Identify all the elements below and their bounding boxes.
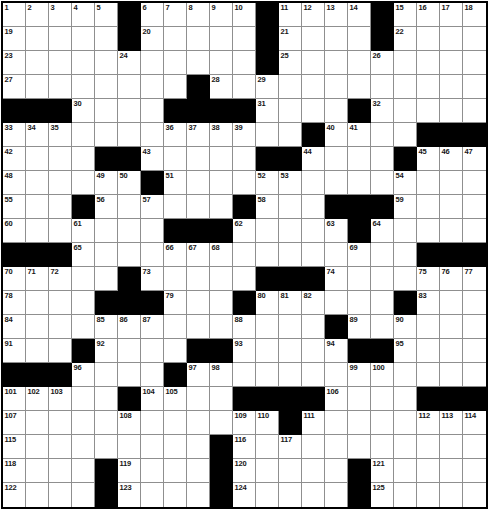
white-cell-r6c5[interactable]: [95, 123, 118, 147]
white-cell-r8c16[interactable]: [348, 171, 371, 195]
white-cell-r18c9[interactable]: [187, 411, 210, 435]
white-cell-r2c1[interactable]: 19: [3, 27, 26, 51]
white-cell-r18c20[interactable]: 113: [440, 411, 463, 435]
white-cell-r21c21[interactable]: [463, 483, 486, 507]
white-cell-r9c10[interactable]: [210, 195, 233, 219]
white-cell-r13c15[interactable]: [325, 291, 348, 315]
white-cell-r18c16[interactable]: [348, 411, 371, 435]
white-cell-r15c15[interactable]: 94: [325, 339, 348, 363]
white-cell-r5c14[interactable]: [302, 99, 325, 123]
white-cell-r6c9[interactable]: 37: [187, 123, 210, 147]
white-cell-r4c6[interactable]: [118, 75, 141, 99]
white-cell-r4c15[interactable]: [325, 75, 348, 99]
white-cell-r1c15[interactable]: 13: [325, 3, 348, 27]
white-cell-r4c3[interactable]: [49, 75, 72, 99]
white-cell-r4c16[interactable]: [348, 75, 371, 99]
white-cell-r16c6[interactable]: [118, 363, 141, 387]
white-cell-r6c16[interactable]: 41: [348, 123, 371, 147]
white-cell-r20c9[interactable]: [187, 459, 210, 483]
white-cell-r1c20[interactable]: 17: [440, 3, 463, 27]
white-cell-r3c4[interactable]: [72, 51, 95, 75]
white-cell-r10c20[interactable]: [440, 219, 463, 243]
white-cell-r12c1[interactable]: 70: [3, 267, 26, 291]
white-cell-r8c18[interactable]: 54: [394, 171, 417, 195]
white-cell-r12c10[interactable]: [210, 267, 233, 291]
white-cell-r8c5[interactable]: 49: [95, 171, 118, 195]
white-cell-r9c7[interactable]: 57: [141, 195, 164, 219]
white-cell-r11c14[interactable]: [302, 243, 325, 267]
white-cell-r21c8[interactable]: [164, 483, 187, 507]
white-cell-r20c21[interactable]: [463, 459, 486, 483]
white-cell-r20c4[interactable]: [72, 459, 95, 483]
white-cell-r14c8[interactable]: [164, 315, 187, 339]
white-cell-r21c19[interactable]: [417, 483, 440, 507]
white-cell-r6c7[interactable]: [141, 123, 164, 147]
white-cell-r15c14[interactable]: [302, 339, 325, 363]
white-cell-r21c20[interactable]: [440, 483, 463, 507]
white-cell-r19c13[interactable]: 117: [279, 435, 302, 459]
white-cell-r8c3[interactable]: [49, 171, 72, 195]
white-cell-r19c8[interactable]: [164, 435, 187, 459]
white-cell-r1c13[interactable]: 11: [279, 3, 302, 27]
white-cell-r4c4[interactable]: [72, 75, 95, 99]
white-cell-r11c15[interactable]: [325, 243, 348, 267]
white-cell-r13c19[interactable]: 83: [417, 291, 440, 315]
white-cell-r12c20[interactable]: 76: [440, 267, 463, 291]
white-cell-r3c2[interactable]: [26, 51, 49, 75]
white-cell-r16c18[interactable]: [394, 363, 417, 387]
white-cell-r13c2[interactable]: [26, 291, 49, 315]
white-cell-r5c19[interactable]: [417, 99, 440, 123]
white-cell-r9c14[interactable]: [302, 195, 325, 219]
white-cell-r16c9[interactable]: 97: [187, 363, 210, 387]
white-cell-r6c1[interactable]: 33: [3, 123, 26, 147]
white-cell-r11c13[interactable]: [279, 243, 302, 267]
white-cell-r7c17[interactable]: [371, 147, 394, 171]
white-cell-r17c10[interactable]: [210, 387, 233, 411]
white-cell-r14c10[interactable]: [210, 315, 233, 339]
white-cell-r13c20[interactable]: [440, 291, 463, 315]
white-cell-r13c21[interactable]: [463, 291, 486, 315]
white-cell-r10c21[interactable]: [463, 219, 486, 243]
white-cell-r14c2[interactable]: [26, 315, 49, 339]
white-cell-r18c11[interactable]: 109: [233, 411, 256, 435]
white-cell-r9c3[interactable]: [49, 195, 72, 219]
white-cell-r7c21[interactable]: 47: [463, 147, 486, 171]
white-cell-r19c9[interactable]: [187, 435, 210, 459]
white-cell-r20c6[interactable]: 119: [118, 459, 141, 483]
white-cell-r17c5[interactable]: [95, 387, 118, 411]
white-cell-r20c19[interactable]: [417, 459, 440, 483]
white-cell-r2c20[interactable]: [440, 27, 463, 51]
white-cell-r16c19[interactable]: [417, 363, 440, 387]
white-cell-r10c15[interactable]: 63: [325, 219, 348, 243]
white-cell-r15c18[interactable]: 95: [394, 339, 417, 363]
white-cell-r1c19[interactable]: 16: [417, 3, 440, 27]
white-cell-r18c3[interactable]: [49, 411, 72, 435]
white-cell-r17c7[interactable]: 104: [141, 387, 164, 411]
white-cell-r10c18[interactable]: [394, 219, 417, 243]
white-cell-r20c14[interactable]: [302, 459, 325, 483]
white-cell-r20c17[interactable]: 121: [371, 459, 394, 483]
white-cell-r4c8[interactable]: [164, 75, 187, 99]
white-cell-r3c10[interactable]: [210, 51, 233, 75]
white-cell-r18c2[interactable]: [26, 411, 49, 435]
white-cell-r7c11[interactable]: [233, 147, 256, 171]
white-cell-r20c12[interactable]: [256, 459, 279, 483]
white-cell-r3c9[interactable]: [187, 51, 210, 75]
white-cell-r21c11[interactable]: 124: [233, 483, 256, 507]
white-cell-r6c18[interactable]: [394, 123, 417, 147]
white-cell-r8c15[interactable]: [325, 171, 348, 195]
white-cell-r10c17[interactable]: 64: [371, 219, 394, 243]
white-cell-r17c3[interactable]: 103: [49, 387, 72, 411]
white-cell-r10c14[interactable]: [302, 219, 325, 243]
white-cell-r15c2[interactable]: [26, 339, 49, 363]
white-cell-r1c21[interactable]: 18: [463, 3, 486, 27]
white-cell-r6c15[interactable]: 40: [325, 123, 348, 147]
white-cell-r14c1[interactable]: 84: [3, 315, 26, 339]
white-cell-r2c18[interactable]: 22: [394, 27, 417, 51]
white-cell-r7c20[interactable]: 46: [440, 147, 463, 171]
white-cell-r12c15[interactable]: 74: [325, 267, 348, 291]
white-cell-r14c19[interactable]: [417, 315, 440, 339]
white-cell-r3c14[interactable]: [302, 51, 325, 75]
white-cell-r7c19[interactable]: 45: [417, 147, 440, 171]
white-cell-r12c16[interactable]: [348, 267, 371, 291]
white-cell-r8c8[interactable]: 51: [164, 171, 187, 195]
white-cell-r9c20[interactable]: [440, 195, 463, 219]
white-cell-r6c2[interactable]: 34: [26, 123, 49, 147]
white-cell-r17c4[interactable]: [72, 387, 95, 411]
white-cell-r3c8[interactable]: [164, 51, 187, 75]
white-cell-r9c8[interactable]: [164, 195, 187, 219]
white-cell-r15c3[interactable]: [49, 339, 72, 363]
white-cell-r11c16[interactable]: 69: [348, 243, 371, 267]
white-cell-r5c6[interactable]: [118, 99, 141, 123]
white-cell-r10c12[interactable]: [256, 219, 279, 243]
white-cell-r2c19[interactable]: [417, 27, 440, 51]
white-cell-r1c5[interactable]: 5: [95, 3, 118, 27]
white-cell-r4c13[interactable]: [279, 75, 302, 99]
white-cell-r9c21[interactable]: [463, 195, 486, 219]
white-cell-r1c10[interactable]: 9: [210, 3, 233, 27]
white-cell-r12c8[interactable]: [164, 267, 187, 291]
white-cell-r3c6[interactable]: 24: [118, 51, 141, 75]
white-cell-r3c20[interactable]: [440, 51, 463, 75]
white-cell-r17c15[interactable]: 106: [325, 387, 348, 411]
white-cell-r21c7[interactable]: [141, 483, 164, 507]
white-cell-r21c13[interactable]: [279, 483, 302, 507]
white-cell-r2c13[interactable]: 21: [279, 27, 302, 51]
white-cell-r3c19[interactable]: [417, 51, 440, 75]
white-cell-r11c18[interactable]: [394, 243, 417, 267]
white-cell-r14c18[interactable]: 90: [394, 315, 417, 339]
white-cell-r10c11[interactable]: 62: [233, 219, 256, 243]
white-cell-r3c1[interactable]: 23: [3, 51, 26, 75]
white-cell-r14c6[interactable]: 86: [118, 315, 141, 339]
white-cell-r20c3[interactable]: [49, 459, 72, 483]
white-cell-r14c17[interactable]: [371, 315, 394, 339]
white-cell-r15c19[interactable]: [417, 339, 440, 363]
white-cell-r3c15[interactable]: [325, 51, 348, 75]
white-cell-r16c12[interactable]: [256, 363, 279, 387]
white-cell-r1c9[interactable]: 8: [187, 3, 210, 27]
white-cell-r5c7[interactable]: [141, 99, 164, 123]
white-cell-r8c21[interactable]: [463, 171, 486, 195]
white-cell-r7c16[interactable]: [348, 147, 371, 171]
white-cell-r12c7[interactable]: 73: [141, 267, 164, 291]
white-cell-r16c10[interactable]: 98: [210, 363, 233, 387]
white-cell-r11c6[interactable]: [118, 243, 141, 267]
white-cell-r15c7[interactable]: [141, 339, 164, 363]
white-cell-r19c15[interactable]: [325, 435, 348, 459]
white-cell-r21c9[interactable]: [187, 483, 210, 507]
white-cell-r9c19[interactable]: [417, 195, 440, 219]
white-cell-r19c16[interactable]: [348, 435, 371, 459]
white-cell-r14c16[interactable]: 89: [348, 315, 371, 339]
white-cell-r7c2[interactable]: [26, 147, 49, 171]
white-cell-r12c18[interactable]: [394, 267, 417, 291]
white-cell-r2c5[interactable]: [95, 27, 118, 51]
white-cell-r5c13[interactable]: [279, 99, 302, 123]
white-cell-r5c21[interactable]: [463, 99, 486, 123]
white-cell-r10c1[interactable]: 60: [3, 219, 26, 243]
white-cell-r3c21[interactable]: [463, 51, 486, 75]
white-cell-r19c20[interactable]: [440, 435, 463, 459]
white-cell-r9c13[interactable]: [279, 195, 302, 219]
white-cell-r14c21[interactable]: [463, 315, 486, 339]
white-cell-r1c4[interactable]: 4: [72, 3, 95, 27]
white-cell-r7c10[interactable]: [210, 147, 233, 171]
white-cell-r11c17[interactable]: [371, 243, 394, 267]
white-cell-r8c10[interactable]: [210, 171, 233, 195]
white-cell-r8c11[interactable]: [233, 171, 256, 195]
white-cell-r10c7[interactable]: [141, 219, 164, 243]
white-cell-r12c21[interactable]: 77: [463, 267, 486, 291]
white-cell-r16c7[interactable]: [141, 363, 164, 387]
white-cell-r4c5[interactable]: [95, 75, 118, 99]
white-cell-r11c9[interactable]: 67: [187, 243, 210, 267]
white-cell-r5c17[interactable]: 32: [371, 99, 394, 123]
white-cell-r8c1[interactable]: 48: [3, 171, 26, 195]
white-cell-r7c4[interactable]: [72, 147, 95, 171]
white-cell-r18c15[interactable]: [325, 411, 348, 435]
white-cell-r8c4[interactable]: [72, 171, 95, 195]
white-cell-r14c14[interactable]: [302, 315, 325, 339]
white-cell-r11c7[interactable]: [141, 243, 164, 267]
white-cell-r3c13[interactable]: 25: [279, 51, 302, 75]
white-cell-r4c11[interactable]: [233, 75, 256, 99]
white-cell-r3c5[interactable]: [95, 51, 118, 75]
white-cell-r21c15[interactable]: [325, 483, 348, 507]
white-cell-r18c14[interactable]: 111: [302, 411, 325, 435]
white-cell-r15c8[interactable]: [164, 339, 187, 363]
white-cell-r8c19[interactable]: [417, 171, 440, 195]
white-cell-r21c18[interactable]: [394, 483, 417, 507]
white-cell-r1c11[interactable]: 10: [233, 3, 256, 27]
white-cell-r20c8[interactable]: [164, 459, 187, 483]
white-cell-r12c9[interactable]: [187, 267, 210, 291]
white-cell-r7c7[interactable]: 43: [141, 147, 164, 171]
white-cell-r12c11[interactable]: [233, 267, 256, 291]
white-cell-r17c17[interactable]: [371, 387, 394, 411]
white-cell-r16c21[interactable]: [463, 363, 486, 387]
white-cell-r20c20[interactable]: [440, 459, 463, 483]
white-cell-r6c11[interactable]: 39: [233, 123, 256, 147]
white-cell-r18c6[interactable]: 108: [118, 411, 141, 435]
white-cell-r15c11[interactable]: 93: [233, 339, 256, 363]
white-cell-r3c11[interactable]: [233, 51, 256, 75]
white-cell-r18c12[interactable]: 110: [256, 411, 279, 435]
white-cell-r4c7[interactable]: [141, 75, 164, 99]
white-cell-r5c4[interactable]: 30: [72, 99, 95, 123]
white-cell-r10c5[interactable]: [95, 219, 118, 243]
white-cell-r8c6[interactable]: 50: [118, 171, 141, 195]
white-cell-r4c18[interactable]: [394, 75, 417, 99]
white-cell-r2c2[interactable]: [26, 27, 49, 51]
white-cell-r9c12[interactable]: 58: [256, 195, 279, 219]
white-cell-r5c20[interactable]: [440, 99, 463, 123]
white-cell-r4c20[interactable]: [440, 75, 463, 99]
white-cell-r21c12[interactable]: [256, 483, 279, 507]
white-cell-r2c15[interactable]: [325, 27, 348, 51]
white-cell-r15c12[interactable]: [256, 339, 279, 363]
white-cell-r13c4[interactable]: [72, 291, 95, 315]
white-cell-r17c9[interactable]: [187, 387, 210, 411]
white-cell-r2c3[interactable]: [49, 27, 72, 51]
white-cell-r6c13[interactable]: [279, 123, 302, 147]
white-cell-r10c2[interactable]: [26, 219, 49, 243]
white-cell-r13c9[interactable]: [187, 291, 210, 315]
white-cell-r1c14[interactable]: 12: [302, 3, 325, 27]
white-cell-r8c12[interactable]: 52: [256, 171, 279, 195]
white-cell-r18c8[interactable]: [164, 411, 187, 435]
white-cell-r16c4[interactable]: 96: [72, 363, 95, 387]
white-cell-r6c12[interactable]: [256, 123, 279, 147]
white-cell-r5c12[interactable]: 31: [256, 99, 279, 123]
white-cell-r4c10[interactable]: 28: [210, 75, 233, 99]
white-cell-r2c21[interactable]: [463, 27, 486, 51]
white-cell-r19c5[interactable]: [95, 435, 118, 459]
white-cell-r1c2[interactable]: 2: [26, 3, 49, 27]
white-cell-r19c2[interactable]: [26, 435, 49, 459]
white-cell-r14c20[interactable]: [440, 315, 463, 339]
white-cell-r14c11[interactable]: 88: [233, 315, 256, 339]
white-cell-r1c7[interactable]: 6: [141, 3, 164, 27]
white-cell-r10c3[interactable]: [49, 219, 72, 243]
white-cell-r13c17[interactable]: [371, 291, 394, 315]
white-cell-r21c6[interactable]: 123: [118, 483, 141, 507]
white-cell-r16c11[interactable]: [233, 363, 256, 387]
white-cell-r9c5[interactable]: 56: [95, 195, 118, 219]
white-cell-r21c1[interactable]: 122: [3, 483, 26, 507]
white-cell-r21c4[interactable]: [72, 483, 95, 507]
white-cell-r2c7[interactable]: 20: [141, 27, 164, 51]
white-cell-r17c16[interactable]: [348, 387, 371, 411]
white-cell-r1c8[interactable]: 7: [164, 3, 187, 27]
white-cell-r8c2[interactable]: [26, 171, 49, 195]
white-cell-r19c1[interactable]: 115: [3, 435, 26, 459]
white-cell-r12c2[interactable]: 71: [26, 267, 49, 291]
white-cell-r16c13[interactable]: [279, 363, 302, 387]
white-cell-r13c13[interactable]: 81: [279, 291, 302, 315]
white-cell-r13c14[interactable]: 82: [302, 291, 325, 315]
white-cell-r11c12[interactable]: [256, 243, 279, 267]
white-cell-r11c11[interactable]: [233, 243, 256, 267]
white-cell-r5c15[interactable]: [325, 99, 348, 123]
white-cell-r14c5[interactable]: 85: [95, 315, 118, 339]
white-cell-r8c9[interactable]: [187, 171, 210, 195]
white-cell-r19c18[interactable]: [394, 435, 417, 459]
white-cell-r11c4[interactable]: 65: [72, 243, 95, 267]
white-cell-r11c5[interactable]: [95, 243, 118, 267]
white-cell-r7c14[interactable]: 44: [302, 147, 325, 171]
white-cell-r4c19[interactable]: [417, 75, 440, 99]
white-cell-r19c17[interactable]: [371, 435, 394, 459]
white-cell-r15c13[interactable]: [279, 339, 302, 363]
white-cell-r15c1[interactable]: 91: [3, 339, 26, 363]
white-cell-r4c14[interactable]: [302, 75, 325, 99]
white-cell-r15c6[interactable]: [118, 339, 141, 363]
white-cell-r14c13[interactable]: [279, 315, 302, 339]
white-cell-r14c3[interactable]: [49, 315, 72, 339]
white-cell-r21c17[interactable]: 125: [371, 483, 394, 507]
white-cell-r19c7[interactable]: [141, 435, 164, 459]
white-cell-r2c10[interactable]: [210, 27, 233, 51]
white-cell-r7c3[interactable]: [49, 147, 72, 171]
white-cell-r19c12[interactable]: [256, 435, 279, 459]
white-cell-r15c5[interactable]: 92: [95, 339, 118, 363]
white-cell-r16c20[interactable]: [440, 363, 463, 387]
white-cell-r4c2[interactable]: [26, 75, 49, 99]
white-cell-r3c7[interactable]: [141, 51, 164, 75]
white-cell-r8c14[interactable]: [302, 171, 325, 195]
white-cell-r18c18[interactable]: [394, 411, 417, 435]
white-cell-r17c2[interactable]: 102: [26, 387, 49, 411]
white-cell-r16c14[interactable]: [302, 363, 325, 387]
white-cell-r8c13[interactable]: 53: [279, 171, 302, 195]
white-cell-r2c8[interactable]: [164, 27, 187, 51]
white-cell-r4c12[interactable]: 29: [256, 75, 279, 99]
white-cell-r13c8[interactable]: 79: [164, 291, 187, 315]
white-cell-r7c8[interactable]: [164, 147, 187, 171]
white-cell-r7c15[interactable]: [325, 147, 348, 171]
white-cell-r14c7[interactable]: 87: [141, 315, 164, 339]
white-cell-r13c1[interactable]: 78: [3, 291, 26, 315]
white-cell-r6c10[interactable]: 38: [210, 123, 233, 147]
white-cell-r12c19[interactable]: 75: [417, 267, 440, 291]
white-cell-r15c21[interactable]: [463, 339, 486, 363]
white-cell-r11c8[interactable]: 66: [164, 243, 187, 267]
white-cell-r13c3[interactable]: [49, 291, 72, 315]
white-cell-r19c4[interactable]: [72, 435, 95, 459]
white-cell-r13c12[interactable]: 80: [256, 291, 279, 315]
white-cell-r16c17[interactable]: 100: [371, 363, 394, 387]
white-cell-r17c18[interactable]: [394, 387, 417, 411]
white-cell-r20c13[interactable]: [279, 459, 302, 483]
white-cell-r10c13[interactable]: [279, 219, 302, 243]
white-cell-r19c11[interactable]: 116: [233, 435, 256, 459]
white-cell-r7c1[interactable]: 42: [3, 147, 26, 171]
white-cell-r6c17[interactable]: [371, 123, 394, 147]
white-cell-r1c18[interactable]: 15: [394, 3, 417, 27]
white-cell-r14c9[interactable]: [187, 315, 210, 339]
white-cell-r8c17[interactable]: [371, 171, 394, 195]
white-cell-r17c1[interactable]: 101: [3, 387, 26, 411]
white-cell-r14c12[interactable]: [256, 315, 279, 339]
white-cell-r2c14[interactable]: [302, 27, 325, 51]
